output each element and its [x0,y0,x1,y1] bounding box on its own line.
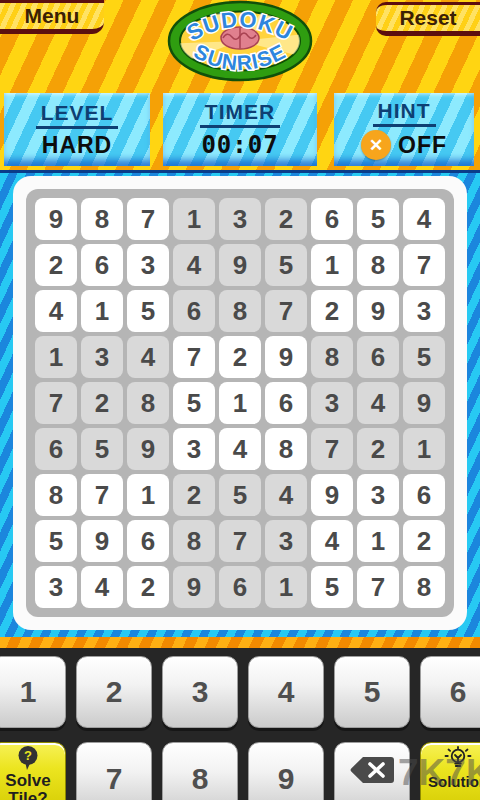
cell-r4c1[interactable]: 1 [35,336,77,378]
cell-r1c4[interactable]: 1 [173,198,215,240]
cell-r7c6[interactable]: 4 [265,474,307,516]
cell-r7c2[interactable]: 7 [81,474,123,516]
timer-title: TIMER [200,100,280,128]
cell-r7c4[interactable]: 2 [173,474,215,516]
cell-r3c2[interactable]: 1 [81,290,123,332]
level-value: HARD [42,132,112,159]
x-circle-icon: ✕ [361,130,391,160]
cell-r5c8[interactable]: 4 [357,382,399,424]
cell-r8c4[interactable]: 8 [173,520,215,562]
watermark: 7K7K [398,752,480,794]
cell-r5c7[interactable]: 3 [311,382,353,424]
cell-r8c3[interactable]: 6 [127,520,169,562]
app-logo: SUDOKU SUNRISE [166,0,314,82]
cell-r4c3[interactable]: 4 [127,336,169,378]
cell-r1c5[interactable]: 3 [219,198,261,240]
cell-r3c6[interactable]: 7 [265,290,307,332]
key-7[interactable]: 7 [76,742,152,800]
cell-r6c5[interactable]: 4 [219,428,261,470]
cell-r8c2[interactable]: 9 [81,520,123,562]
cell-r9c4[interactable]: 9 [173,566,215,608]
orange-divider [0,637,480,648]
cell-r8c9[interactable]: 2 [403,520,445,562]
sudoku-board-frame: 9871326542634951874156872931347298657285… [26,189,454,617]
cell-r1c1[interactable]: 9 [35,198,77,240]
solve-key-label-1: Solve [5,772,50,790]
cell-r4c4[interactable]: 7 [173,336,215,378]
cell-r9c5[interactable]: 6 [219,566,261,608]
cell-r1c3[interactable]: 7 [127,198,169,240]
solve-key-label-2: Tile? [8,790,47,800]
cell-r2c2[interactable]: 6 [81,244,123,286]
cell-r3c5[interactable]: 8 [219,290,261,332]
cell-r1c2[interactable]: 8 [81,198,123,240]
cell-r6c6[interactable]: 8 [265,428,307,470]
cell-r3c1[interactable]: 4 [35,290,77,332]
key-9[interactable]: 9 [248,742,324,800]
key-3[interactable]: 3 [162,656,238,728]
cell-r5c5[interactable]: 1 [219,382,261,424]
cell-r4c5[interactable]: 2 [219,336,261,378]
question-bubble-icon: ? [15,745,41,772]
cell-r9c3[interactable]: 2 [127,566,169,608]
cell-r1c7[interactable]: 6 [311,198,353,240]
key-8[interactable]: 8 [162,742,238,800]
key-2[interactable]: 2 [76,656,152,728]
cell-r8c1[interactable]: 5 [35,520,77,562]
cell-r8c7[interactable]: 4 [311,520,353,562]
level-panel: LEVEL HARD [4,93,150,166]
key-1[interactable]: 1 [0,656,66,728]
cell-r3c8[interactable]: 9 [357,290,399,332]
cell-r8c8[interactable]: 1 [357,520,399,562]
cell-r5c9[interactable]: 9 [403,382,445,424]
reset-button[interactable]: Reset [376,2,480,36]
svg-text:?: ? [24,748,32,763]
cell-r7c8[interactable]: 3 [357,474,399,516]
cell-r5c6[interactable]: 6 [265,382,307,424]
cell-r6c1[interactable]: 6 [35,428,77,470]
sudoku-sunrise-logo: SUDOKU SUNRISE [166,0,314,82]
key-4[interactable]: 4 [248,656,324,728]
level-title: LEVEL [36,101,119,129]
cell-r9c2[interactable]: 4 [81,566,123,608]
sudoku-board: 9871326542634951874156872931347298657285… [13,176,467,630]
cell-r9c8[interactable]: 7 [357,566,399,608]
cell-r7c5[interactable]: 5 [219,474,261,516]
cell-r4c8[interactable]: 6 [357,336,399,378]
cell-r2c4[interactable]: 4 [173,244,215,286]
backspace-icon [349,756,395,800]
cell-r3c3[interactable]: 5 [127,290,169,332]
cell-r8c6[interactable]: 3 [265,520,307,562]
sudoku-grid: 9871326542634951874156872931347298657285… [35,198,445,608]
cell-r9c6[interactable]: 1 [265,566,307,608]
cell-r9c1[interactable]: 3 [35,566,77,608]
cell-r2c5[interactable]: 9 [219,244,261,286]
cell-r1c8[interactable]: 5 [357,198,399,240]
timer-panel: TIMER 00:07 [163,93,317,166]
menu-button[interactable]: Menu [0,0,104,34]
cell-r2c3[interactable]: 3 [127,244,169,286]
cell-r6c3[interactable]: 9 [127,428,169,470]
cell-r2c8[interactable]: 8 [357,244,399,286]
cell-r2c6[interactable]: 5 [265,244,307,286]
cell-r7c1[interactable]: 8 [35,474,77,516]
cell-r3c4[interactable]: 6 [173,290,215,332]
hint-panel[interactable]: HINT ✕ OFF [334,93,474,166]
cell-r2c1[interactable]: 2 [35,244,77,286]
app-screen: Menu Reset SUDOKU [0,0,480,800]
key-5[interactable]: 5 [334,656,410,728]
cell-r8c5[interactable]: 7 [219,520,261,562]
timer-value: 00:07 [201,131,278,159]
cell-r7c9[interactable]: 6 [403,474,445,516]
cell-r6c7[interactable]: 7 [311,428,353,470]
cell-r5c1[interactable]: 7 [35,382,77,424]
cell-r3c9[interactable]: 3 [403,290,445,332]
cell-r3c7[interactable]: 2 [311,290,353,332]
cell-r1c9[interactable]: 4 [403,198,445,240]
cell-r7c3[interactable]: 1 [127,474,169,516]
cell-r6c8[interactable]: 2 [357,428,399,470]
cell-r4c7[interactable]: 8 [311,336,353,378]
hint-title: HINT [373,99,436,127]
cell-r2c9[interactable]: 7 [403,244,445,286]
cell-r6c4[interactable]: 3 [173,428,215,470]
cell-r9c9[interactable]: 8 [403,566,445,608]
cell-r2c7[interactable]: 1 [311,244,353,286]
cell-r4c2[interactable]: 3 [81,336,123,378]
cell-r4c6[interactable]: 9 [265,336,307,378]
cell-r6c2[interactable]: 5 [81,428,123,470]
cell-r5c2[interactable]: 2 [81,382,123,424]
key-6[interactable]: 6 [420,656,480,728]
cell-r5c3[interactable]: 8 [127,382,169,424]
cell-r6c9[interactable]: 1 [403,428,445,470]
cell-r7c7[interactable]: 9 [311,474,353,516]
solve-tile-key[interactable]: ? Solve Tile? [0,742,66,800]
cell-r9c7[interactable]: 5 [311,566,353,608]
hint-value: OFF [398,132,447,159]
cell-r4c9[interactable]: 5 [403,336,445,378]
cell-r1c6[interactable]: 2 [265,198,307,240]
cell-r5c4[interactable]: 5 [173,382,215,424]
